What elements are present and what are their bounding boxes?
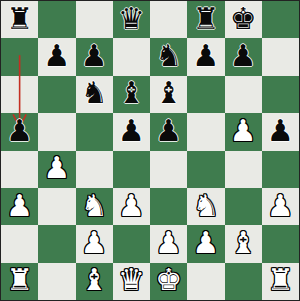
square-d3[interactable]: ♟: [113, 188, 150, 225]
black-pawn[interactable]: ♟: [6, 116, 33, 146]
square-d7[interactable]: [113, 38, 150, 75]
square-b7[interactable]: ♟: [38, 38, 75, 75]
square-f2[interactable]: ♟: [187, 225, 224, 262]
chess-board: ♜♛♜♚♟♟♞♟♟♞♝♝♟♟♟♟♟♟♟♞♟♞♟♟♟♟♝♜♝♛♚♜: [0, 0, 300, 301]
square-b6[interactable]: [38, 76, 75, 113]
white-pawn[interactable]: ♟: [81, 228, 108, 258]
square-c1[interactable]: ♝: [76, 263, 113, 300]
square-a2[interactable]: [1, 225, 38, 262]
square-d4[interactable]: [113, 151, 150, 188]
white-knight[interactable]: ♞: [81, 191, 108, 221]
square-a8[interactable]: ♜: [1, 1, 38, 38]
black-bishop[interactable]: ♝: [118, 78, 145, 108]
white-bishop[interactable]: ♝: [81, 265, 108, 295]
square-h4[interactable]: [262, 151, 299, 188]
square-a3[interactable]: ♟: [1, 188, 38, 225]
square-f3[interactable]: ♞: [187, 188, 224, 225]
square-f5[interactable]: [187, 113, 224, 150]
square-e2[interactable]: ♟: [150, 225, 187, 262]
square-h7[interactable]: [262, 38, 299, 75]
white-king[interactable]: ♚: [155, 265, 182, 295]
square-a5[interactable]: ♟: [1, 113, 38, 150]
white-pawn[interactable]: ♟: [230, 116, 257, 146]
black-rook[interactable]: ♜: [6, 4, 33, 34]
square-f4[interactable]: [187, 151, 224, 188]
square-b5[interactable]: [38, 113, 75, 150]
square-c6[interactable]: ♞: [76, 76, 113, 113]
square-b4[interactable]: ♟: [38, 151, 75, 188]
square-g2[interactable]: ♝: [225, 225, 262, 262]
square-g3[interactable]: [225, 188, 262, 225]
square-h2[interactable]: [262, 225, 299, 262]
square-d1[interactable]: ♛: [113, 263, 150, 300]
black-pawn[interactable]: ♟: [81, 41, 108, 71]
square-h8[interactable]: [262, 1, 299, 38]
square-f8[interactable]: ♜: [187, 1, 224, 38]
white-pawn[interactable]: ♟: [43, 153, 70, 183]
black-rook[interactable]: ♜: [192, 4, 219, 34]
white-pawn[interactable]: ♟: [118, 191, 145, 221]
square-h1[interactable]: ♜: [262, 263, 299, 300]
square-c3[interactable]: ♞: [76, 188, 113, 225]
white-pawn[interactable]: ♟: [6, 191, 33, 221]
square-g5[interactable]: ♟: [225, 113, 262, 150]
black-bishop[interactable]: ♝: [155, 78, 182, 108]
square-b8[interactable]: [38, 1, 75, 38]
square-b1[interactable]: [38, 263, 75, 300]
square-e7[interactable]: ♞: [150, 38, 187, 75]
square-e5[interactable]: ♟: [150, 113, 187, 150]
square-c2[interactable]: ♟: [76, 225, 113, 262]
square-a7[interactable]: [1, 38, 38, 75]
square-a6[interactable]: [1, 76, 38, 113]
white-pawn[interactable]: ♟: [155, 228, 182, 258]
square-d8[interactable]: ♛: [113, 1, 150, 38]
square-a1[interactable]: ♜: [1, 263, 38, 300]
black-pawn[interactable]: ♟: [230, 41, 257, 71]
square-e3[interactable]: [150, 188, 187, 225]
square-f7[interactable]: ♟: [187, 38, 224, 75]
square-c8[interactable]: [76, 1, 113, 38]
black-pawn[interactable]: ♟: [267, 116, 294, 146]
black-pawn[interactable]: ♟: [43, 41, 70, 71]
square-d5[interactable]: ♟: [113, 113, 150, 150]
black-knight[interactable]: ♞: [155, 41, 182, 71]
square-e6[interactable]: ♝: [150, 76, 187, 113]
square-b2[interactable]: [38, 225, 75, 262]
square-h3[interactable]: ♟: [262, 188, 299, 225]
white-knight[interactable]: ♞: [192, 191, 219, 221]
square-e4[interactable]: [150, 151, 187, 188]
white-pawn[interactable]: ♟: [192, 228, 219, 258]
white-rook[interactable]: ♜: [267, 265, 294, 295]
square-c4[interactable]: [76, 151, 113, 188]
black-queen[interactable]: ♛: [118, 4, 145, 34]
square-d6[interactable]: ♝: [113, 76, 150, 113]
white-pawn[interactable]: ♟: [267, 191, 294, 221]
square-h5[interactable]: ♟: [262, 113, 299, 150]
black-knight[interactable]: ♞: [81, 78, 108, 108]
square-g8[interactable]: ♚: [225, 1, 262, 38]
square-f1[interactable]: [187, 263, 224, 300]
square-e8[interactable]: [150, 1, 187, 38]
white-rook[interactable]: ♜: [6, 265, 33, 295]
white-bishop[interactable]: ♝: [230, 228, 257, 258]
square-f6[interactable]: [187, 76, 224, 113]
square-d2[interactable]: [113, 225, 150, 262]
square-g4[interactable]: [225, 151, 262, 188]
square-g6[interactable]: [225, 76, 262, 113]
square-g7[interactable]: ♟: [225, 38, 262, 75]
square-e1[interactable]: ♚: [150, 263, 187, 300]
black-king[interactable]: ♚: [230, 4, 257, 34]
square-c5[interactable]: [76, 113, 113, 150]
square-b3[interactable]: [38, 188, 75, 225]
square-h6[interactable]: [262, 76, 299, 113]
white-queen[interactable]: ♛: [118, 265, 145, 295]
square-c7[interactable]: ♟: [76, 38, 113, 75]
board-grid: ♜♛♜♚♟♟♞♟♟♞♝♝♟♟♟♟♟♟♟♞♟♞♟♟♟♟♝♜♝♛♚♜: [1, 1, 299, 300]
black-pawn[interactable]: ♟: [155, 116, 182, 146]
square-g1[interactable]: [225, 263, 262, 300]
square-a4[interactable]: [1, 151, 38, 188]
black-pawn[interactable]: ♟: [118, 116, 145, 146]
black-pawn[interactable]: ♟: [192, 41, 219, 71]
